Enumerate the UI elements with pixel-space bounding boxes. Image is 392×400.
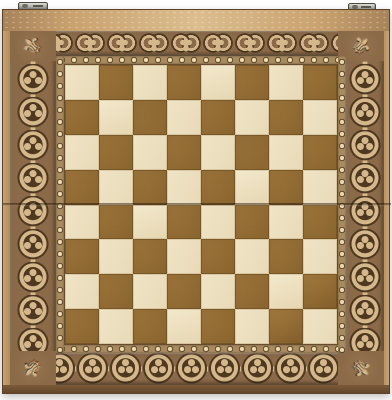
board-square[interactable]: [303, 205, 337, 240]
board-square[interactable]: [269, 239, 303, 274]
corner-ornament-icon: ⚜: [10, 31, 56, 61]
board-square[interactable]: [167, 274, 201, 309]
box-bottom-edge: [3, 385, 389, 393]
board-square[interactable]: [201, 100, 235, 135]
folding-chess-box: ⚜ ⚜ ⚜ ⚜: [2, 9, 390, 394]
board-square[interactable]: [235, 309, 269, 344]
board-square[interactable]: [65, 135, 99, 170]
board-square[interactable]: [133, 135, 167, 170]
board-square[interactable]: [303, 65, 337, 100]
board-square[interactable]: [269, 274, 303, 309]
board-square[interactable]: [235, 205, 269, 240]
board-square[interactable]: [303, 135, 337, 170]
board-square[interactable]: [269, 135, 303, 170]
board-square[interactable]: [99, 205, 133, 240]
board-square[interactable]: [65, 274, 99, 309]
corner-ornament-icon: ⚜: [338, 351, 384, 385]
fleur-de-lis-icon: ⚜: [345, 352, 377, 384]
carved-border-left: [10, 31, 56, 385]
board-square[interactable]: [99, 309, 133, 344]
board-square[interactable]: [65, 239, 99, 274]
bead-molding-top: [56, 56, 346, 64]
board-square[interactable]: [99, 274, 133, 309]
box-left-edge: [3, 31, 10, 385]
fold-seam: [3, 203, 391, 206]
board-square[interactable]: [65, 100, 99, 135]
board-square[interactable]: [133, 100, 167, 135]
board-square[interactable]: [269, 65, 303, 100]
fleur-de-lis-icon: ⚜: [17, 352, 49, 384]
corner-ornament-icon: ⚜: [10, 351, 56, 385]
board-square[interactable]: [99, 239, 133, 274]
board-square[interactable]: [269, 205, 303, 240]
board-square[interactable]: [65, 65, 99, 100]
board-square[interactable]: [65, 205, 99, 240]
board-square[interactable]: [65, 309, 99, 344]
board-square[interactable]: [269, 170, 303, 205]
carved-border-top: [10, 31, 384, 56]
board-square[interactable]: [99, 170, 133, 205]
board-square[interactable]: [201, 274, 235, 309]
board-square[interactable]: [269, 100, 303, 135]
board-square[interactable]: [235, 170, 269, 205]
board-square[interactable]: [201, 205, 235, 240]
board-square[interactable]: [235, 239, 269, 274]
board-square[interactable]: [303, 274, 337, 309]
board-square[interactable]: [303, 309, 337, 344]
board-square[interactable]: [167, 205, 201, 240]
board-square[interactable]: [133, 65, 167, 100]
box-top-edge: [3, 10, 389, 32]
carved-border-right: [346, 31, 384, 385]
chessboard-photo: ⚜ ⚜ ⚜ ⚜: [0, 0, 392, 400]
board-square[interactable]: [235, 100, 269, 135]
board-square[interactable]: [269, 309, 303, 344]
board-square[interactable]: [167, 239, 201, 274]
board-square[interactable]: [235, 65, 269, 100]
board-square[interactable]: [133, 274, 167, 309]
board-square[interactable]: [201, 309, 235, 344]
board-square[interactable]: [99, 100, 133, 135]
board-square[interactable]: [201, 65, 235, 100]
fleur-de-lis-icon: ⚜: [17, 30, 49, 62]
carved-border-bottom: [10, 353, 384, 385]
board-square[interactable]: [133, 205, 167, 240]
bead-molding-bottom: [56, 345, 346, 353]
board-square[interactable]: [133, 309, 167, 344]
board-square[interactable]: [99, 135, 133, 170]
board-square[interactable]: [65, 170, 99, 205]
board-square[interactable]: [235, 135, 269, 170]
board-square[interactable]: [201, 170, 235, 205]
board-square[interactable]: [167, 309, 201, 344]
board-square[interactable]: [167, 135, 201, 170]
board-square[interactable]: [235, 274, 269, 309]
board-square[interactable]: [167, 100, 201, 135]
board-square[interactable]: [201, 239, 235, 274]
board-square[interactable]: [303, 170, 337, 205]
fleur-de-lis-icon: ⚜: [345, 30, 377, 62]
board-square[interactable]: [133, 170, 167, 205]
board-square[interactable]: [303, 100, 337, 135]
board-square[interactable]: [99, 65, 133, 100]
board-square[interactable]: [167, 170, 201, 205]
board-square[interactable]: [303, 239, 337, 274]
board-square[interactable]: [133, 239, 167, 274]
board-square[interactable]: [201, 135, 235, 170]
board-square[interactable]: [167, 65, 201, 100]
